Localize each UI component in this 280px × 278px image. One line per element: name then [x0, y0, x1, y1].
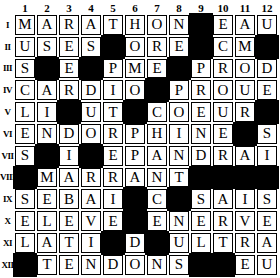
letter-cell-II-4[interactable]: S — [81, 37, 101, 57]
letter-cell-I-6[interactable]: H — [125, 15, 145, 35]
letter-cell-III-12[interactable]: D — [257, 59, 277, 79]
letter-cell-VIII-4[interactable]: R — [81, 168, 101, 188]
letter-cell-VIII-6[interactable]: A — [125, 168, 145, 188]
letter-cell-VIII-2[interactable]: M — [37, 168, 57, 188]
col-label-2: 2 — [44, 2, 50, 14]
letter-cell-VI-10[interactable]: E — [213, 124, 233, 144]
col-label-3: 3 — [66, 2, 72, 14]
letter-cell-VIII-8[interactable]: T — [169, 168, 189, 188]
block-cell-IV-7 — [147, 80, 167, 100]
letter-cell-IX-11[interactable]: I — [235, 189, 255, 209]
row-label-XI: XI — [3, 238, 12, 248]
letter-cell-V-9[interactable]: E — [191, 102, 211, 122]
letter-cell-III-11[interactable]: O — [235, 59, 255, 79]
row-label-IX: IX — [3, 194, 12, 204]
letter-cell-VII-3[interactable]: I — [59, 146, 79, 166]
letter-cell-XI-10[interactable]: T — [213, 233, 233, 253]
letter-cell-IV-2[interactable]: A — [37, 80, 57, 100]
letter-cell-X-12[interactable]: E — [257, 211, 277, 231]
block-cell-VIII-10 — [213, 168, 233, 188]
letter-cell-II-7[interactable]: R — [147, 37, 167, 57]
letter-cell-I-4[interactable]: A — [81, 15, 101, 35]
row-label-V: V — [5, 107, 11, 117]
col-label-9: 9 — [198, 2, 204, 14]
letter-cell-VI-3[interactable]: D — [59, 124, 79, 144]
letter-cell-IV-5[interactable]: I — [103, 80, 123, 100]
letter-cell-II-8[interactable]: E — [169, 37, 189, 57]
letter-cell-VII-5[interactable]: E — [103, 146, 123, 166]
letter-cell-X-2[interactable]: L — [37, 211, 57, 231]
letter-cell-III-1[interactable]: S — [15, 59, 35, 79]
letter-cell-IX-10[interactable]: A — [213, 189, 233, 209]
row-label-IV: IV — [3, 85, 12, 95]
block-cell-V-12 — [257, 102, 277, 122]
block-cell-X-6 — [125, 211, 145, 231]
letter-cell-IX-12[interactable]: S — [257, 189, 277, 209]
letter-cell-VII-7[interactable]: A — [147, 146, 167, 166]
block-cell-I-9 — [191, 15, 211, 35]
col-label-7: 7 — [154, 2, 160, 14]
block-cell-III-2 — [37, 59, 57, 79]
letter-cell-VII-8[interactable]: N — [169, 146, 189, 166]
letter-cell-VI-2[interactable]: N — [37, 124, 57, 144]
letter-cell-IV-4[interactable]: D — [81, 80, 101, 100]
letter-cell-IV-6[interactable]: O — [125, 80, 145, 100]
letter-cell-IX-3[interactable]: B — [59, 189, 79, 209]
col-label-12: 12 — [262, 2, 273, 14]
letter-cell-VII-12[interactable]: I — [257, 146, 277, 166]
letter-cell-XII-11[interactable]: E — [235, 255, 255, 275]
letter-cell-II-6[interactable]: O — [125, 37, 145, 57]
col-label-6: 6 — [132, 2, 138, 14]
block-cell-VIII-1 — [15, 168, 35, 188]
block-cell-VIII-12 — [257, 168, 277, 188]
letter-cell-X-10[interactable]: R — [213, 211, 233, 231]
letter-cell-IX-9[interactable]: S — [191, 189, 211, 209]
letter-cell-III-6[interactable]: M — [125, 59, 145, 79]
letter-cell-XII-12[interactable]: U — [257, 255, 277, 275]
letter-cell-X-8[interactable]: N — [169, 211, 189, 231]
letter-cell-V-11[interactable]: R — [235, 102, 255, 122]
row-label-VIII: VIII — [0, 172, 15, 182]
letter-cell-X-7[interactable]: E — [147, 211, 167, 231]
letter-cell-V-10[interactable]: U — [213, 102, 233, 122]
block-cell-XI-5 — [103, 233, 123, 253]
block-cell-IX-6 — [125, 189, 145, 209]
block-cell-V-3 — [59, 102, 79, 122]
letter-cell-IV-10[interactable]: O — [213, 80, 233, 100]
letter-cell-V-5[interactable]: T — [103, 102, 123, 122]
letter-cell-VII-10[interactable]: R — [213, 146, 233, 166]
block-cell-VII-2 — [37, 146, 57, 166]
letter-cell-II-1[interactable]: U — [15, 37, 35, 57]
letter-cell-I-5[interactable]: T — [103, 15, 123, 35]
letter-cell-XI-4[interactable]: I — [81, 233, 101, 253]
row-labels: IIIIIIIVVVIVIIVIIIIXXXIXII — [0, 15, 15, 278]
letter-cell-II-2[interactable]: S — [37, 37, 57, 57]
letter-cell-IX-4[interactable]: A — [81, 189, 101, 209]
crossword-grid: MARATHONEAUUSESORECMSEPMEPRODCARDIOPROUE… — [15, 15, 277, 278]
block-cell-XII-9 — [191, 255, 211, 275]
letter-cell-IX-2[interactable]: E — [37, 189, 57, 209]
letter-cell-V-1[interactable]: L — [15, 102, 35, 122]
row-label-I: I — [6, 20, 9, 30]
letter-cell-IV-3[interactable]: R — [59, 80, 79, 100]
letter-cell-XI-11[interactable]: R — [235, 233, 255, 253]
letter-cell-V-4[interactable]: U — [81, 102, 101, 122]
letter-cell-VIII-5[interactable]: R — [103, 168, 123, 188]
letter-cell-XI-1[interactable]: L — [15, 233, 35, 253]
letter-cell-X-5[interactable]: E — [103, 211, 123, 231]
letter-cell-VI-5[interactable]: R — [103, 124, 123, 144]
letter-cell-V-7[interactable]: C — [147, 102, 167, 122]
letter-cell-VI-4[interactable]: O — [81, 124, 101, 144]
letter-cell-VII-9[interactable]: D — [191, 146, 211, 166]
col-label-11: 11 — [240, 2, 250, 14]
block-cell-VIII-11 — [235, 168, 255, 188]
letter-cell-XII-2[interactable]: T — [37, 255, 57, 275]
col-label-4: 4 — [88, 2, 94, 14]
letter-cell-IX-7[interactable]: C — [147, 189, 167, 209]
block-cell-IX-8 — [169, 189, 189, 209]
letter-cell-IV-1[interactable]: C — [15, 80, 35, 100]
block-cell-VIII-9 — [191, 168, 211, 188]
letter-cell-X-9[interactable]: E — [191, 211, 211, 231]
letter-cell-X-3[interactable]: E — [59, 211, 79, 231]
letter-cell-I-12[interactable]: U — [257, 15, 277, 35]
row-label-X: X — [5, 216, 11, 226]
col-label-10: 10 — [218, 2, 229, 14]
col-label-8: 8 — [176, 2, 182, 14]
letter-cell-V-8[interactable]: O — [169, 102, 189, 122]
letter-cell-XI-2[interactable]: A — [37, 233, 57, 253]
letter-cell-III-3[interactable]: E — [59, 59, 79, 79]
letter-cell-III-7[interactable]: E — [147, 59, 167, 79]
letter-cell-X-1[interactable]: E — [15, 211, 35, 231]
letter-cell-I-7[interactable]: O — [147, 15, 167, 35]
block-cell-II-12 — [257, 37, 277, 57]
letter-cell-X-4[interactable]: V — [81, 211, 101, 231]
letter-cell-I-10[interactable]: E — [213, 15, 233, 35]
block-cell-XI-7 — [147, 233, 167, 253]
letter-cell-IV-8[interactable]: P — [169, 80, 189, 100]
letter-cell-XII-4[interactable]: N — [81, 255, 101, 275]
letter-cell-XII-7[interactable]: N — [147, 255, 167, 275]
letter-cell-II-3[interactable]: E — [59, 37, 79, 57]
letter-cell-VI-7[interactable]: H — [147, 124, 167, 144]
row-label-II: II — [5, 42, 11, 52]
letter-cell-IV-9[interactable]: R — [191, 80, 211, 100]
letter-cell-XII-6[interactable]: O — [125, 255, 145, 275]
letter-cell-IV-11[interactable]: U — [235, 80, 255, 100]
block-cell-VI-11 — [235, 124, 255, 144]
crossword-page: 123456789101112 IIIIIIIVVVIVIIVIIIIXXXIX… — [0, 0, 280, 278]
letter-cell-XI-8[interactable]: U — [169, 233, 189, 253]
letter-cell-XI-3[interactable]: T — [59, 233, 79, 253]
letter-cell-I-1[interactable]: M — [15, 15, 35, 35]
block-cell-II-5 — [103, 37, 123, 57]
letter-cell-XI-6[interactable]: D — [125, 233, 145, 253]
letter-cell-I-8[interactable]: N — [169, 15, 189, 35]
letter-cell-IX-5[interactable]: I — [103, 189, 123, 209]
letter-cell-IX-1[interactable]: S — [15, 189, 35, 209]
block-cell-XII-1 — [15, 255, 35, 275]
block-cell-II-9 — [191, 37, 211, 57]
letter-cell-VII-1[interactable]: S — [15, 146, 35, 166]
letter-cell-I-2[interactable]: A — [37, 15, 57, 35]
block-cell-VII-4 — [81, 146, 101, 166]
column-labels: 123456789101112 — [15, 0, 277, 15]
letter-cell-XI-9[interactable]: L — [191, 233, 211, 253]
letter-cell-III-9[interactable]: P — [191, 59, 211, 79]
letter-cell-VI-1[interactable]: E — [15, 124, 35, 144]
letter-cell-XII-5[interactable]: D — [103, 255, 123, 275]
letter-cell-VI-6[interactable]: P — [125, 124, 145, 144]
grid-corner — [0, 0, 15, 15]
col-label-1: 1 — [22, 2, 28, 14]
letter-cell-I-11[interactable]: A — [235, 15, 255, 35]
letter-cell-VI-12[interactable]: S — [257, 124, 277, 144]
block-cell-V-6 — [125, 102, 145, 122]
block-cell-XII-10 — [213, 255, 233, 275]
letter-cell-II-11[interactable]: M — [235, 37, 255, 57]
letter-cell-I-3[interactable]: R — [59, 15, 79, 35]
row-label-VI: VI — [3, 129, 12, 139]
letter-cell-X-11[interactable]: V — [235, 211, 255, 231]
letter-cell-XII-3[interactable]: E — [59, 255, 79, 275]
block-cell-III-8 — [169, 59, 189, 79]
block-cell-III-4 — [81, 59, 101, 79]
letter-cell-III-5[interactable]: P — [103, 59, 123, 79]
row-label-III: III — [3, 63, 12, 73]
letter-cell-VII-6[interactable]: P — [125, 146, 145, 166]
row-label-VII: VII — [2, 151, 14, 161]
letter-cell-VIII-7[interactable]: N — [147, 168, 167, 188]
letter-cell-III-10[interactable]: R — [213, 59, 233, 79]
letter-cell-IV-12[interactable]: E — [257, 80, 277, 100]
row-label-XII: XII — [2, 260, 14, 270]
letter-cell-VII-11[interactable]: A — [235, 146, 255, 166]
letter-cell-II-10[interactable]: C — [213, 37, 233, 57]
col-label-5: 5 — [110, 2, 116, 14]
letter-cell-VI-8[interactable]: I — [169, 124, 189, 144]
letter-cell-VI-9[interactable]: N — [191, 124, 211, 144]
letter-cell-VIII-3[interactable]: A — [59, 168, 79, 188]
letter-cell-XI-12[interactable]: A — [257, 233, 277, 253]
letter-cell-XII-8[interactable]: S — [169, 255, 189, 275]
letter-cell-V-2[interactable]: I — [37, 102, 57, 122]
